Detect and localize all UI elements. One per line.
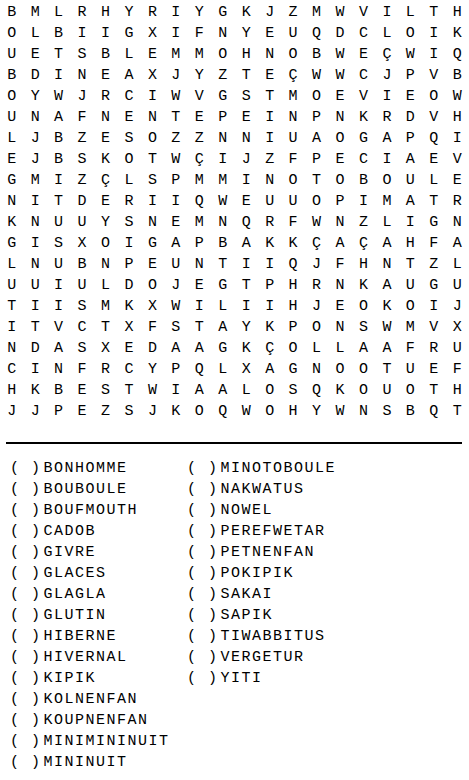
grid-cell-r11c6[interactable]: S	[117, 212, 140, 233]
grid-cell-r12c12[interactable]: K	[258, 233, 281, 254]
grid-cell-r11c1[interactable]: K	[0, 212, 23, 233]
grid-cell-r16c1[interactable]: I	[0, 317, 23, 338]
grid-cell-r15c14[interactable]: J	[305, 296, 328, 317]
grid-cell-r5c3[interactable]: W	[47, 86, 70, 107]
grid-cell-r6c20[interactable]: H	[446, 107, 469, 128]
grid-cell-r7c12[interactable]: I	[258, 128, 281, 149]
grid-cell-r3c1[interactable]: U	[0, 44, 23, 65]
grid-cell-r13c4[interactable]: B	[70, 254, 93, 275]
grid-cell-r13c16[interactable]: H	[352, 254, 375, 275]
grid-cell-r17c1[interactable]: N	[0, 338, 23, 359]
word-checkbox[interactable]: ( )	[187, 628, 219, 645]
grid-cell-r1c11[interactable]: K	[235, 2, 258, 23]
grid-cell-r7c18[interactable]: P	[399, 128, 422, 149]
grid-cell-r8c12[interactable]: Z	[258, 149, 281, 170]
grid-cell-r4c17[interactable]: J	[375, 65, 398, 86]
grid-cell-r10c8[interactable]: I	[164, 191, 187, 212]
grid-cell-r4c12[interactable]: E	[258, 65, 281, 86]
grid-cell-r7c10[interactable]: N	[211, 128, 234, 149]
grid-cell-r18c4[interactable]: F	[70, 359, 93, 380]
grid-cell-r1c17[interactable]: I	[375, 2, 398, 23]
grid-cell-r1c18[interactable]: L	[399, 2, 422, 23]
word-checkbox[interactable]: ( )	[187, 523, 219, 540]
grid-cell-r9c13[interactable]: O	[281, 170, 304, 191]
word-checkbox[interactable]: ( )	[187, 544, 219, 561]
grid-cell-r10c2[interactable]: I	[23, 191, 46, 212]
grid-cell-r15c3[interactable]: I	[47, 296, 70, 317]
grid-cell-r7c4[interactable]: Z	[70, 128, 93, 149]
grid-cell-r12c3[interactable]: S	[47, 233, 70, 254]
grid-cell-r11c12[interactable]: R	[258, 212, 281, 233]
grid-cell-r12c4[interactable]: X	[70, 233, 93, 254]
grid-cell-r20c10[interactable]: Q	[211, 401, 234, 422]
word-checkbox[interactable]: ( )	[10, 712, 42, 729]
grid-cell-r7c2[interactable]: J	[23, 128, 46, 149]
grid-cell-r1c4[interactable]: R	[70, 2, 93, 23]
grid-cell-r15c4[interactable]: S	[70, 296, 93, 317]
grid-cell-r5c16[interactable]: V	[352, 86, 375, 107]
grid-cell-r3c2[interactable]: E	[23, 44, 46, 65]
grid-cell-r14c15[interactable]: N	[328, 275, 351, 296]
grid-cell-r9c4[interactable]: Z	[70, 170, 93, 191]
grid-cell-r20c13[interactable]: H	[281, 401, 304, 422]
grid-cell-r7c3[interactable]: B	[47, 128, 70, 149]
grid-cell-r7c13[interactable]: U	[281, 128, 304, 149]
grid-cell-r20c9[interactable]: O	[188, 401, 211, 422]
grid-cell-r1c7[interactable]: R	[141, 2, 164, 23]
grid-cell-r20c12[interactable]: O	[258, 401, 281, 422]
grid-cell-r16c3[interactable]: V	[47, 317, 70, 338]
grid-cell-r5c9[interactable]: V	[188, 86, 211, 107]
grid-cell-r16c18[interactable]: M	[399, 317, 422, 338]
grid-cell-r12c1[interactable]: G	[0, 233, 23, 254]
grid-cell-r14c3[interactable]: I	[47, 275, 70, 296]
grid-cell-r1c16[interactable]: V	[352, 2, 375, 23]
grid-cell-r9c18[interactable]: U	[399, 170, 422, 191]
grid-cell-r13c10[interactable]: T	[211, 254, 234, 275]
grid-cell-r18c11[interactable]: X	[235, 359, 258, 380]
grid-cell-r19c8[interactable]: I	[164, 380, 187, 401]
grid-cell-r16c13[interactable]: P	[281, 317, 304, 338]
grid-cell-r18c1[interactable]: C	[0, 359, 23, 380]
grid-cell-r10c18[interactable]: A	[399, 191, 422, 212]
grid-cell-r12c5[interactable]: O	[94, 233, 117, 254]
grid-cell-r14c16[interactable]: K	[352, 275, 375, 296]
grid-cell-r20c7[interactable]: J	[141, 401, 164, 422]
grid-cell-r1c1[interactable]: B	[0, 2, 23, 23]
grid-cell-r10c1[interactable]: N	[0, 191, 23, 212]
grid-cell-r14c10[interactable]: G	[211, 275, 234, 296]
grid-cell-r11c15[interactable]: N	[328, 212, 351, 233]
grid-cell-r7c19[interactable]: Q	[422, 128, 445, 149]
grid-cell-r3c12[interactable]: N	[258, 44, 281, 65]
grid-cell-r14c7[interactable]: O	[141, 275, 164, 296]
word-checkbox[interactable]: ( )	[187, 586, 219, 603]
grid-cell-r13c1[interactable]: L	[0, 254, 23, 275]
grid-cell-r15c2[interactable]: I	[23, 296, 46, 317]
grid-cell-r16c20[interactable]: X	[446, 317, 469, 338]
grid-cell-r1c13[interactable]: Z	[281, 2, 304, 23]
grid-cell-r3c8[interactable]: M	[164, 44, 187, 65]
grid-cell-r14c11[interactable]: T	[235, 275, 258, 296]
grid-cell-r18c7[interactable]: Y	[141, 359, 164, 380]
grid-cell-r12c7[interactable]: G	[141, 233, 164, 254]
grid-cell-r6c5[interactable]: N	[94, 107, 117, 128]
grid-cell-r20c14[interactable]: Y	[305, 401, 328, 422]
grid-cell-r9c5[interactable]: Ç	[94, 170, 117, 191]
grid-cell-r2c16[interactable]: C	[352, 23, 375, 44]
grid-cell-r8c7[interactable]: T	[141, 149, 164, 170]
grid-cell-r17c7[interactable]: D	[141, 338, 164, 359]
word-checkbox[interactable]: ( )	[187, 502, 219, 519]
grid-cell-r13c12[interactable]: I	[258, 254, 281, 275]
grid-cell-r6c2[interactable]: N	[23, 107, 46, 128]
grid-cell-r11c14[interactable]: W	[305, 212, 328, 233]
grid-cell-r8c14[interactable]: P	[305, 149, 328, 170]
grid-cell-r17c12[interactable]: Ç	[258, 338, 281, 359]
grid-cell-r6c1[interactable]: U	[0, 107, 23, 128]
grid-cell-r18c2[interactable]: I	[23, 359, 46, 380]
grid-cell-r11c5[interactable]: Y	[94, 212, 117, 233]
grid-cell-r18c10[interactable]: L	[211, 359, 234, 380]
grid-cell-r8c16[interactable]: C	[352, 149, 375, 170]
word-checkbox[interactable]: ( )	[10, 460, 42, 477]
grid-cell-r9c1[interactable]: G	[0, 170, 23, 191]
grid-cell-r17c11[interactable]: K	[235, 338, 258, 359]
grid-cell-r5c20[interactable]: W	[446, 86, 469, 107]
grid-cell-r12c13[interactable]: K	[281, 233, 304, 254]
grid-cell-r18c9[interactable]: Q	[188, 359, 211, 380]
grid-cell-r18c17[interactable]: T	[375, 359, 398, 380]
grid-cell-r1c15[interactable]: W	[328, 2, 351, 23]
grid-cell-r14c17[interactable]: A	[375, 275, 398, 296]
grid-cell-r2c7[interactable]: X	[141, 23, 164, 44]
grid-cell-r14c2[interactable]: U	[23, 275, 46, 296]
grid-cell-r15c16[interactable]: O	[352, 296, 375, 317]
grid-cell-r12c16[interactable]: Ç	[352, 233, 375, 254]
grid-cell-r14c19[interactable]: G	[422, 275, 445, 296]
grid-cell-r19c12[interactable]: O	[258, 380, 281, 401]
grid-cell-r16c19[interactable]: V	[422, 317, 445, 338]
grid-cell-r6c12[interactable]: I	[258, 107, 281, 128]
grid-cell-r15c6[interactable]: K	[117, 296, 140, 317]
grid-cell-r14c5[interactable]: L	[94, 275, 117, 296]
grid-cell-r9c17[interactable]: O	[375, 170, 398, 191]
grid-cell-r5c10[interactable]: G	[211, 86, 234, 107]
grid-cell-r13c13[interactable]: Q	[281, 254, 304, 275]
grid-cell-r4c4[interactable]: N	[70, 65, 93, 86]
grid-cell-r12c9[interactable]: P	[188, 233, 211, 254]
grid-cell-r5c15[interactable]: E	[328, 86, 351, 107]
grid-cell-r19c10[interactable]: A	[211, 380, 234, 401]
grid-cell-r9c8[interactable]: P	[164, 170, 187, 191]
grid-cell-r18c20[interactable]: F	[446, 359, 469, 380]
grid-cell-r16c2[interactable]: T	[23, 317, 46, 338]
grid-cell-r15c7[interactable]: X	[141, 296, 164, 317]
grid-cell-r17c9[interactable]: A	[188, 338, 211, 359]
grid-cell-r10c6[interactable]: R	[117, 191, 140, 212]
word-checkbox[interactable]: ( )	[10, 733, 42, 750]
grid-cell-r11c19[interactable]: G	[422, 212, 445, 233]
grid-cell-r17c17[interactable]: A	[375, 338, 398, 359]
grid-cell-r16c5[interactable]: T	[94, 317, 117, 338]
grid-cell-r1c2[interactable]: M	[23, 2, 46, 23]
grid-cell-r16c8[interactable]: S	[164, 317, 187, 338]
grid-cell-r7c1[interactable]: L	[0, 128, 23, 149]
grid-cell-r9c2[interactable]: M	[23, 170, 46, 191]
grid-cell-r3c14[interactable]: B	[305, 44, 328, 65]
grid-cell-r6c10[interactable]: P	[211, 107, 234, 128]
grid-cell-r16c7[interactable]: F	[141, 317, 164, 338]
grid-cell-r7c7[interactable]: O	[141, 128, 164, 149]
grid-cell-r2c1[interactable]: O	[0, 23, 23, 44]
grid-cell-r8c6[interactable]: O	[117, 149, 140, 170]
grid-cell-r2c19[interactable]: I	[422, 23, 445, 44]
grid-cell-r15c19[interactable]: I	[422, 296, 445, 317]
grid-cell-r9c14[interactable]: T	[305, 170, 328, 191]
grid-cell-r6c15[interactable]: N	[328, 107, 351, 128]
grid-cell-r6c14[interactable]: P	[305, 107, 328, 128]
grid-cell-r3c7[interactable]: E	[141, 44, 164, 65]
grid-cell-r14c20[interactable]: U	[446, 275, 469, 296]
grid-cell-r15c18[interactable]: O	[399, 296, 422, 317]
grid-cell-r16c6[interactable]: X	[117, 317, 140, 338]
grid-cell-r17c10[interactable]: G	[211, 338, 234, 359]
grid-cell-r8c11[interactable]: J	[235, 149, 258, 170]
grid-cell-r20c17[interactable]: S	[375, 401, 398, 422]
grid-cell-r14c6[interactable]: D	[117, 275, 140, 296]
grid-cell-r12c2[interactable]: I	[23, 233, 46, 254]
word-checkbox[interactable]: ( )	[187, 649, 219, 666]
grid-cell-r16c10[interactable]: A	[211, 317, 234, 338]
grid-cell-r9c20[interactable]: E	[446, 170, 469, 191]
grid-cell-r11c18[interactable]: I	[399, 212, 422, 233]
grid-cell-r11c10[interactable]: N	[211, 212, 234, 233]
grid-cell-r20c15[interactable]: W	[328, 401, 351, 422]
grid-cell-r3c5[interactable]: B	[94, 44, 117, 65]
grid-cell-r1c8[interactable]: I	[164, 2, 187, 23]
grid-cell-r1c12[interactable]: J	[258, 2, 281, 23]
grid-cell-r8c20[interactable]: V	[446, 149, 469, 170]
grid-cell-r16c4[interactable]: C	[70, 317, 93, 338]
grid-cell-r17c19[interactable]: R	[422, 338, 445, 359]
grid-cell-r8c17[interactable]: I	[375, 149, 398, 170]
grid-cell-r14c4[interactable]: U	[70, 275, 93, 296]
grid-cell-r8c18[interactable]: A	[399, 149, 422, 170]
grid-cell-r11c17[interactable]: L	[375, 212, 398, 233]
grid-cell-r18c19[interactable]: E	[422, 359, 445, 380]
grid-cell-r2c6[interactable]: G	[117, 23, 140, 44]
grid-cell-r7c15[interactable]: O	[328, 128, 351, 149]
grid-cell-r16c15[interactable]: N	[328, 317, 351, 338]
grid-cell-r4c16[interactable]: C	[352, 65, 375, 86]
grid-cell-r1c3[interactable]: L	[47, 2, 70, 23]
grid-cell-r8c15[interactable]: E	[328, 149, 351, 170]
grid-cell-r5c13[interactable]: M	[281, 86, 304, 107]
grid-cell-r15c10[interactable]: L	[211, 296, 234, 317]
word-checkbox[interactable]: ( )	[10, 628, 42, 645]
grid-cell-r20c6[interactable]: S	[117, 401, 140, 422]
grid-cell-r17c6[interactable]: E	[117, 338, 140, 359]
grid-cell-r13c6[interactable]: P	[117, 254, 140, 275]
grid-cell-r11c4[interactable]: U	[70, 212, 93, 233]
grid-cell-r4c7[interactable]: X	[141, 65, 164, 86]
grid-cell-r19c17[interactable]: U	[375, 380, 398, 401]
grid-cell-r3c11[interactable]: H	[235, 44, 258, 65]
grid-cell-r13c9[interactable]: N	[188, 254, 211, 275]
grid-cell-r11c11[interactable]: Q	[235, 212, 258, 233]
grid-cell-r3c17[interactable]: Ç	[375, 44, 398, 65]
grid-cell-r9c7[interactable]: S	[141, 170, 164, 191]
grid-cell-r13c5[interactable]: N	[94, 254, 117, 275]
grid-cell-r19c18[interactable]: O	[399, 380, 422, 401]
grid-cell-r20c11[interactable]: W	[235, 401, 258, 422]
grid-cell-r3c16[interactable]: E	[352, 44, 375, 65]
grid-cell-r13c15[interactable]: F	[328, 254, 351, 275]
grid-cell-r19c3[interactable]: B	[47, 380, 70, 401]
grid-cell-r16c14[interactable]: O	[305, 317, 328, 338]
grid-cell-r19c15[interactable]: K	[328, 380, 351, 401]
grid-cell-r18c3[interactable]: N	[47, 359, 70, 380]
grid-cell-r14c12[interactable]: P	[258, 275, 281, 296]
grid-cell-r17c4[interactable]: S	[70, 338, 93, 359]
grid-cell-r20c18[interactable]: B	[399, 401, 422, 422]
grid-cell-r5c4[interactable]: J	[70, 86, 93, 107]
grid-cell-r3c9[interactable]: M	[188, 44, 211, 65]
grid-cell-r15c20[interactable]: J	[446, 296, 469, 317]
grid-cell-r9c3[interactable]: I	[47, 170, 70, 191]
grid-cell-r15c8[interactable]: W	[164, 296, 187, 317]
grid-cell-r4c13[interactable]: Ç	[281, 65, 304, 86]
grid-cell-r2c4[interactable]: I	[70, 23, 93, 44]
grid-cell-r12c14[interactable]: Ç	[305, 233, 328, 254]
grid-cell-r5c14[interactable]: O	[305, 86, 328, 107]
grid-cell-r16c11[interactable]: Y	[235, 317, 258, 338]
word-checkbox[interactable]: ( )	[10, 754, 42, 771]
grid-cell-r12c15[interactable]: A	[328, 233, 351, 254]
grid-cell-r13c3[interactable]: U	[47, 254, 70, 275]
word-checkbox[interactable]: ( )	[187, 607, 219, 624]
grid-cell-r10c11[interactable]: E	[235, 191, 258, 212]
grid-cell-r14c18[interactable]: U	[399, 275, 422, 296]
grid-cell-r10c13[interactable]: U	[281, 191, 304, 212]
grid-cell-r2c18[interactable]: O	[399, 23, 422, 44]
grid-cell-r10c15[interactable]: P	[328, 191, 351, 212]
grid-cell-r6c4[interactable]: F	[70, 107, 93, 128]
grid-cell-r17c2[interactable]: D	[23, 338, 46, 359]
grid-cell-r6c8[interactable]: T	[164, 107, 187, 128]
grid-cell-r17c20[interactable]: U	[446, 338, 469, 359]
grid-cell-r10c19[interactable]: T	[422, 191, 445, 212]
grid-cell-r19c4[interactable]: E	[70, 380, 93, 401]
grid-cell-r13c17[interactable]: N	[375, 254, 398, 275]
grid-cell-r8c2[interactable]: J	[23, 149, 46, 170]
grid-cell-r14c1[interactable]: U	[0, 275, 23, 296]
grid-cell-r6c7[interactable]: N	[141, 107, 164, 128]
grid-cell-r6c18[interactable]: D	[399, 107, 422, 128]
grid-cell-r12c11[interactable]: A	[235, 233, 258, 254]
grid-cell-r18c5[interactable]: R	[94, 359, 117, 380]
word-checkbox[interactable]: ( )	[10, 523, 42, 540]
grid-cell-r5c12[interactable]: T	[258, 86, 281, 107]
grid-cell-r8c1[interactable]: E	[0, 149, 23, 170]
word-checkbox[interactable]: ( )	[187, 460, 219, 477]
grid-cell-r17c18[interactable]: F	[399, 338, 422, 359]
grid-cell-r5c8[interactable]: W	[164, 86, 187, 107]
grid-cell-r17c14[interactable]: L	[305, 338, 328, 359]
grid-cell-r11c3[interactable]: U	[47, 212, 70, 233]
grid-cell-r10c3[interactable]: T	[47, 191, 70, 212]
grid-cell-r1c20[interactable]: H	[446, 2, 469, 23]
grid-cell-r2c8[interactable]: I	[164, 23, 187, 44]
word-checkbox[interactable]: ( )	[10, 691, 42, 708]
grid-cell-r13c20[interactable]: L	[446, 254, 469, 275]
grid-cell-r6c3[interactable]: A	[47, 107, 70, 128]
grid-cell-r14c8[interactable]: J	[164, 275, 187, 296]
grid-cell-r18c14[interactable]: N	[305, 359, 328, 380]
word-checkbox[interactable]: ( )	[10, 670, 42, 687]
word-checkbox[interactable]: ( )	[10, 607, 42, 624]
grid-cell-r17c3[interactable]: A	[47, 338, 70, 359]
grid-cell-r18c13[interactable]: G	[281, 359, 304, 380]
grid-cell-r16c9[interactable]: T	[188, 317, 211, 338]
grid-cell-r12c17[interactable]: A	[375, 233, 398, 254]
grid-cell-r19c9[interactable]: A	[188, 380, 211, 401]
grid-cell-r1c5[interactable]: H	[94, 2, 117, 23]
grid-cell-r9c11[interactable]: I	[235, 170, 258, 191]
grid-cell-r3c18[interactable]: W	[399, 44, 422, 65]
grid-cell-r5c5[interactable]: R	[94, 86, 117, 107]
grid-cell-r5c17[interactable]: I	[375, 86, 398, 107]
grid-cell-r4c9[interactable]: Y	[188, 65, 211, 86]
grid-cell-r3c4[interactable]: S	[70, 44, 93, 65]
grid-cell-r2c9[interactable]: F	[188, 23, 211, 44]
grid-cell-r18c8[interactable]: P	[164, 359, 187, 380]
grid-cell-r11c13[interactable]: F	[281, 212, 304, 233]
grid-cell-r16c17[interactable]: W	[375, 317, 398, 338]
grid-cell-r3c13[interactable]: O	[281, 44, 304, 65]
grid-cell-r2c14[interactable]: Q	[305, 23, 328, 44]
grid-cell-r2c20[interactable]: K	[446, 23, 469, 44]
grid-cell-r15c1[interactable]: T	[0, 296, 23, 317]
grid-cell-r11c16[interactable]: Z	[352, 212, 375, 233]
word-checkbox[interactable]: ( )	[10, 565, 42, 582]
grid-cell-r9c16[interactable]: B	[352, 170, 375, 191]
grid-cell-r2c3[interactable]: B	[47, 23, 70, 44]
grid-cell-r4c14[interactable]: W	[305, 65, 328, 86]
grid-cell-r2c12[interactable]: E	[258, 23, 281, 44]
grid-cell-r4c3[interactable]: I	[47, 65, 70, 86]
grid-cell-r2c17[interactable]: L	[375, 23, 398, 44]
grid-cell-r9c10[interactable]: M	[211, 170, 234, 191]
grid-cell-r4c20[interactable]: B	[446, 65, 469, 86]
grid-cell-r15c9[interactable]: I	[188, 296, 211, 317]
grid-cell-r6c6[interactable]: E	[117, 107, 140, 128]
grid-cell-r14c14[interactable]: R	[305, 275, 328, 296]
grid-cell-r16c16[interactable]: S	[352, 317, 375, 338]
grid-cell-r5c1[interactable]: O	[0, 86, 23, 107]
grid-cell-r20c19[interactable]: Q	[422, 401, 445, 422]
grid-cell-r8c13[interactable]: F	[281, 149, 304, 170]
grid-cell-r20c8[interactable]: K	[164, 401, 187, 422]
grid-cell-r13c11[interactable]: I	[235, 254, 258, 275]
grid-cell-r13c7[interactable]: E	[141, 254, 164, 275]
grid-cell-r6c11[interactable]: E	[235, 107, 258, 128]
grid-cell-r7c5[interactable]: E	[94, 128, 117, 149]
grid-cell-r12c19[interactable]: F	[422, 233, 445, 254]
grid-cell-r4c2[interactable]: D	[23, 65, 46, 86]
grid-cell-r10c5[interactable]: E	[94, 191, 117, 212]
